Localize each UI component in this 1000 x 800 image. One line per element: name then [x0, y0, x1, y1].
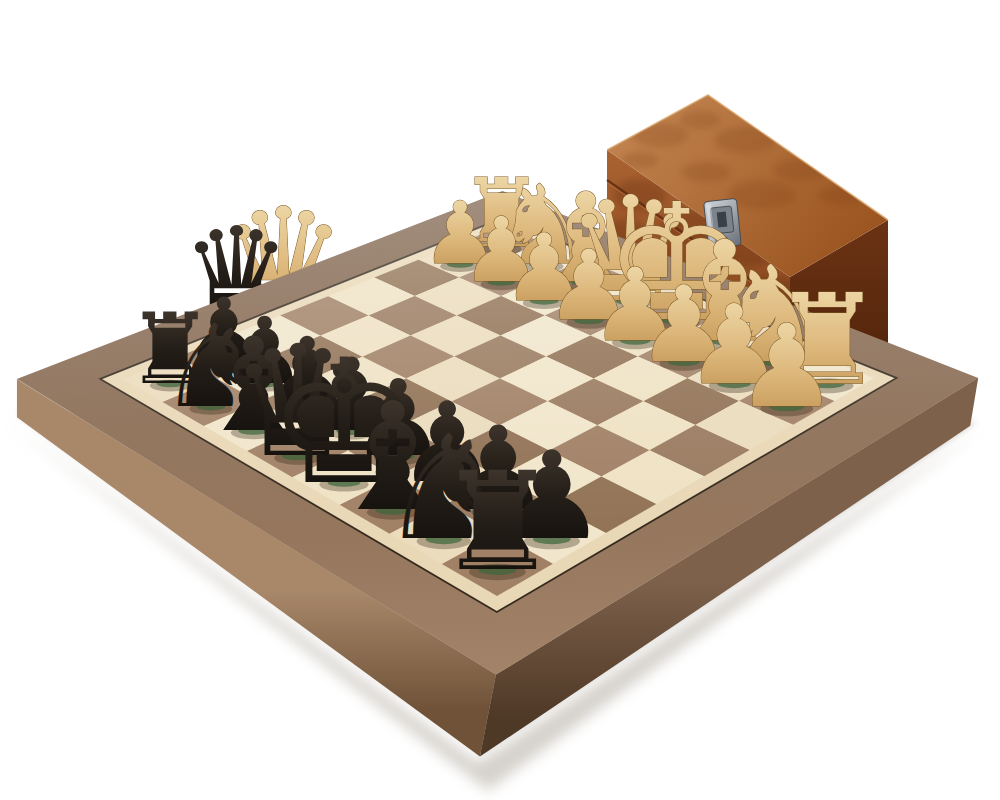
box-burl-figure	[774, 159, 826, 181]
chess-scene: ♛♛♜♟♞♟♝♟♛♟♚♟♝♟♟♞♜♟♟♜♟♟♞♟♝♟♛♟♚♟♝♟♞♜	[0, 0, 1000, 800]
piece-black-rook[interactable]: ♜	[436, 443, 558, 601]
box-burl-figure	[818, 185, 862, 205]
box-burl-figure	[680, 111, 720, 129]
piece-glyph: ♟	[735, 300, 838, 433]
box-burl-figure	[715, 127, 775, 153]
piece-glyph: ♜	[436, 443, 558, 601]
chess-product-photo: ♛♛♜♟♞♟♝♟♛♟♚♟♝♟♟♞♜♟♟♜♟♟♞♟♝♟♛♟♚♟♝♟♞♜	[0, 0, 1000, 800]
piece-white-pawn[interactable]: ♟	[735, 300, 838, 433]
box-burl-figure	[632, 123, 688, 147]
